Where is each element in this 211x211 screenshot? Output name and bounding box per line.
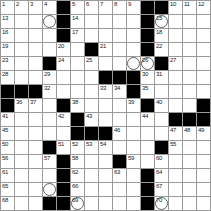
cell-r4c15[interactable] [197,43,211,57]
cell-r7c8[interactable]: 33 [99,85,113,99]
black-cell-r2c11 [141,15,155,29]
clue-number-30: 30 [142,71,148,78]
clue-number-22: 22 [156,43,162,50]
clue-number-57: 57 [44,155,50,162]
clue-number-64: 64 [156,169,162,176]
cell-r5c8[interactable] [99,57,113,71]
cell-r13c2[interactable] [15,169,29,183]
cell-r2c14[interactable] [183,15,197,29]
clue-number-17: 17 [72,29,78,36]
cell-r12c14[interactable] [183,155,197,169]
cell-r6c11[interactable]: 30 [141,71,155,85]
clue-number-38: 38 [72,99,78,106]
cell-r9c2[interactable] [15,113,29,127]
black-cell-r9c6 [71,113,85,127]
cell-r3c15[interactable] [197,29,211,43]
cell-r4c6[interactable] [71,43,85,57]
cell-r3c3[interactable] [29,29,43,43]
clue-number-11: 11 [184,1,190,8]
black-cell-r9c13 [169,113,183,127]
cell-r14c1[interactable]: 65 [1,183,15,197]
cell-r10c2[interactable] [15,127,29,141]
clue-number-33: 33 [100,85,106,92]
cell-r5c9[interactable] [113,57,127,71]
cell-r1c10[interactable]: 9 [127,1,141,15]
cell-r15c12[interactable]: 70 [155,197,169,211]
clue-number-28: 28 [2,71,8,78]
cell-r12c3[interactable] [29,155,43,169]
black-cell-r9c14 [183,113,197,127]
black-cell-r5c4 [43,57,57,71]
clue-number-54: 54 [100,141,106,148]
cell-r7c14[interactable] [183,85,197,99]
cell-r11c13[interactable]: 55 [169,141,183,155]
cell-r3c4[interactable] [43,29,57,43]
black-cell-r1c5 [57,1,71,15]
cell-r10c15[interactable]: 49 [197,127,211,141]
cell-r12c8[interactable] [99,155,113,169]
clue-number-61: 61 [2,169,8,176]
cell-r13c12[interactable]: 64 [155,169,169,183]
clue-number-23: 23 [2,57,8,64]
cell-r12c6[interactable]: 58 [71,155,85,169]
clue-number-6: 6 [86,1,89,8]
clue-number-14: 14 [72,15,78,22]
cell-r11c2[interactable] [15,141,29,155]
black-cell-r1c11 [141,1,155,15]
cell-r3c7[interactable] [85,29,99,43]
cell-r11c14[interactable] [183,141,197,155]
clue-number-13: 13 [2,15,8,22]
cell-r5c2[interactable] [15,57,29,71]
cell-r14c4[interactable] [43,183,57,197]
cell-r8c12[interactable]: 40 [155,99,169,113]
clue-number-4: 4 [44,1,47,8]
clue-number-69: 69 [72,197,78,204]
clue-number-60: 60 [156,155,162,162]
cell-r10c1[interactable]: 45 [1,127,15,141]
clue-number-24: 24 [58,57,64,64]
cell-r5c1[interactable]: 23 [1,57,15,71]
clue-number-40: 40 [156,99,162,106]
black-cell-r6c8 [99,71,113,85]
cell-r3c9[interactable] [113,29,127,43]
cell-r6c13[interactable] [169,71,183,85]
clue-number-31: 31 [156,71,162,78]
black-cell-r15c4 [43,197,57,211]
clue-number-65: 65 [2,183,8,190]
cell-r6c15[interactable] [197,71,211,85]
cell-r4c5[interactable]: 20 [57,43,71,57]
cell-r5c7[interactable]: 25 [85,57,99,71]
cell-r8c2[interactable]: 36 [15,99,29,113]
cell-r7c15[interactable] [197,85,211,99]
cell-r7c5[interactable] [57,85,71,99]
cell-r5c15[interactable] [197,57,211,71]
cell-r7c6[interactable] [71,85,85,99]
black-cell-r9c15 [197,113,211,127]
cell-r5c10[interactable] [127,57,141,71]
clue-number-47: 47 [170,127,176,134]
cell-r4c1[interactable]: 19 [1,43,15,57]
circle-marker-r2c4 [43,15,56,28]
cell-r15c3[interactable] [29,197,43,211]
cell-r11c7[interactable]: 53 [85,141,99,155]
cell-r11c11[interactable] [141,141,155,155]
cell-r11c3[interactable] [29,141,43,155]
clue-number-44: 44 [142,113,148,120]
cell-r5c14[interactable] [183,57,197,71]
cell-r8c14[interactable] [183,99,197,113]
clue-number-52: 52 [72,141,78,148]
cell-r2c6[interactable]: 14 [71,15,85,29]
cell-r11c8[interactable]: 54 [99,141,113,155]
cell-r9c5[interactable]: 42 [57,113,71,127]
cell-r2c13[interactable] [169,15,183,29]
cell-r14c12[interactable]: 67 [155,183,169,197]
cell-r9c12[interactable] [155,113,169,127]
clue-number-34: 34 [114,85,120,92]
cell-r9c3[interactable] [29,113,43,127]
cell-r9c7[interactable]: 43 [85,113,99,127]
black-cell-r12c9 [113,155,127,169]
cell-r14c13[interactable] [169,183,183,197]
clue-number-16: 16 [2,29,8,36]
cell-r6c4[interactable]: 29 [43,71,57,85]
cell-r6c1[interactable]: 28 [1,71,15,85]
cell-r11c1[interactable]: 50 [1,141,15,155]
cell-r11c15[interactable] [197,141,211,155]
black-cell-r7c3 [29,85,43,99]
black-cell-r3c5 [57,29,71,43]
black-cell-r15c5 [57,197,71,211]
cell-r13c6[interactable]: 62 [71,169,85,183]
black-cell-r6c9 [113,71,127,85]
cell-r1c8[interactable]: 7 [99,1,113,15]
cell-r12c11[interactable] [141,155,155,169]
black-cell-r10c7 [85,127,99,141]
cell-r14c3[interactable] [29,183,43,197]
cell-r4c4[interactable] [43,43,57,57]
cell-r4c13[interactable] [169,43,183,57]
clue-number-26: 26 [142,57,148,64]
cell-r3c10[interactable] [127,29,141,43]
black-cell-r14c5 [57,183,71,197]
clue-number-2: 2 [16,1,19,8]
clue-number-63: 63 [114,169,120,176]
cell-r1c9[interactable]: 8 [113,1,127,15]
cell-r8c7[interactable] [85,99,99,113]
cell-r13c3[interactable] [29,169,43,183]
cell-r11c5[interactable]: 51 [57,141,71,155]
cell-r10c12[interactable] [155,127,169,141]
cell-r13c14[interactable] [183,169,197,183]
cell-r1c7[interactable]: 6 [85,1,99,15]
cell-r1c2[interactable]: 2 [15,1,29,15]
cell-r15c9[interactable] [113,197,127,211]
clue-number-50: 50 [2,141,8,148]
cell-r2c7[interactable] [85,15,99,29]
clue-number-3: 3 [30,1,33,8]
black-cell-r14c11 [141,183,155,197]
cell-r2c2[interactable] [15,15,29,29]
cell-r13c7[interactable] [85,169,99,183]
cell-r1c13[interactable]: 10 [169,1,183,15]
clue-number-8: 8 [114,1,117,8]
cell-r6c6[interactable] [71,71,85,85]
cell-r4c10[interactable] [127,43,141,57]
cell-r1c3[interactable]: 3 [29,1,43,15]
black-cell-r7c2 [15,85,29,99]
cell-r10c14[interactable]: 48 [183,127,197,141]
clue-number-56: 56 [2,155,8,162]
clue-number-39: 39 [128,99,134,106]
cell-r6c3[interactable] [29,71,43,85]
circle-marker-r2c12 [155,15,168,28]
clue-number-66: 66 [72,183,78,190]
cell-r13c13[interactable] [169,169,183,183]
cell-r5c3[interactable] [29,57,43,71]
cell-r8c9[interactable] [113,99,127,113]
black-cell-r10c8 [99,127,113,141]
black-cell-r4c7 [85,43,99,57]
cell-r4c3[interactable] [29,43,43,57]
cell-r9c4[interactable] [43,113,57,127]
cell-r8c4[interactable] [43,99,57,113]
cell-r7c9[interactable]: 34 [113,85,127,99]
cell-r6c14[interactable] [183,71,197,85]
clue-number-15: 15 [156,15,162,22]
cell-r7c12[interactable] [155,85,169,99]
cell-r12c2[interactable] [15,155,29,169]
circle-marker-r5c11 [141,57,154,70]
cell-r2c15[interactable] [197,15,211,29]
black-cell-r11c4 [43,141,57,155]
cell-r10c4[interactable] [43,127,57,141]
cell-r3c12[interactable]: 18 [155,29,169,43]
clue-number-55: 55 [170,141,176,148]
cell-r8c6[interactable]: 38 [71,99,85,113]
cell-r13c8[interactable] [99,169,113,183]
cell-r15c1[interactable]: 68 [1,197,15,211]
cell-r3c14[interactable] [183,29,197,43]
black-cell-r13c5 [57,169,71,183]
black-cell-r8c15 [197,99,211,113]
clue-number-29: 29 [44,71,50,78]
clue-number-19: 19 [2,43,8,50]
cell-r4c9[interactable] [113,43,127,57]
black-cell-r2c5 [57,15,71,29]
cell-r14c2[interactable] [15,183,29,197]
black-cell-r13c11 [141,169,155,183]
cell-r10c3[interactable] [29,127,43,141]
cell-r14c7[interactable] [85,183,99,197]
clue-number-59: 59 [128,155,134,162]
cell-r15c6[interactable]: 69 [71,197,85,211]
clue-number-67: 67 [156,183,162,190]
black-cell-r11c12 [155,141,169,155]
clue-number-27: 27 [170,57,176,64]
black-cell-r7c10 [127,85,141,99]
clue-number-32: 32 [44,85,50,92]
clue-number-18: 18 [156,29,162,36]
cell-r5c6[interactable] [71,57,85,71]
cell-r10c10[interactable] [127,127,141,141]
cell-r10c5[interactable] [57,127,71,141]
cell-r13c15[interactable] [197,169,211,183]
clue-number-25: 25 [86,57,92,64]
cell-r2c9[interactable] [113,15,127,29]
cell-r13c10[interactable] [127,169,141,183]
cell-r4c8[interactable]: 21 [99,43,113,57]
cell-r1c4[interactable]: 4 [43,1,57,15]
clue-number-41: 41 [2,113,8,120]
cell-r6c12[interactable]: 31 [155,71,169,85]
cell-r7c7[interactable] [85,85,99,99]
black-cell-r8c1 [1,99,15,113]
cell-r14c10[interactable] [127,183,141,197]
clue-number-1: 1 [2,1,5,8]
cell-r12c15[interactable] [197,155,211,169]
cell-r3c6[interactable]: 17 [71,29,85,43]
cell-r8c3[interactable]: 37 [29,99,43,113]
cell-r10c11[interactable] [141,127,155,141]
clue-number-51: 51 [58,141,64,148]
cell-r8c8[interactable] [99,99,113,113]
cell-r15c8[interactable] [99,197,113,211]
circle-marker-r5c10 [127,57,140,70]
cell-r14c15[interactable] [197,183,211,197]
cell-r12c4[interactable]: 57 [43,155,57,169]
black-cell-r10c6 [71,127,85,141]
cell-r5c13[interactable]: 27 [169,57,183,71]
clue-number-58: 58 [72,155,78,162]
cell-r3c1[interactable]: 16 [1,29,15,43]
cell-r15c13[interactable] [169,197,183,211]
cell-r15c14[interactable] [183,197,197,211]
black-cell-r1c12 [155,1,169,15]
cell-r9c9[interactable] [113,113,127,127]
clue-number-20: 20 [58,43,64,50]
cell-r4c14[interactable] [183,43,197,57]
cell-r9c11[interactable]: 44 [141,113,155,127]
cell-r15c7[interactable] [85,197,99,211]
cell-r14c8[interactable] [99,183,113,197]
cell-r10c13[interactable]: 47 [169,127,183,141]
cell-r12c1[interactable]: 56 [1,155,15,169]
black-cell-r12c5 [57,155,71,169]
cell-r1c14[interactable]: 11 [183,1,197,15]
black-cell-r8c11 [141,99,155,113]
cell-r7c4[interactable]: 32 [43,85,57,99]
cell-r10c9[interactable]: 46 [113,127,127,141]
cell-r8c13[interactable] [169,99,183,113]
clue-number-62: 62 [72,169,78,176]
cell-r4c12[interactable]: 22 [155,43,169,57]
cell-r14c6[interactable]: 66 [71,183,85,197]
cell-r7c13[interactable] [169,85,183,99]
cell-r5c5[interactable]: 24 [57,57,71,71]
cell-r3c8[interactable] [99,29,113,43]
black-cell-r6c10 [127,71,141,85]
cell-r1c15[interactable]: 12 [197,1,211,15]
cell-r15c2[interactable] [15,197,29,211]
cell-r8c10[interactable]: 39 [127,99,141,113]
cell-r9c1[interactable]: 41 [1,113,15,127]
cell-r3c13[interactable] [169,29,183,43]
cell-r7c11[interactable]: 35 [141,85,155,99]
cell-r2c10[interactable] [127,15,141,29]
black-cell-r5c12 [155,57,169,71]
cell-r12c10[interactable]: 59 [127,155,141,169]
cell-r13c1[interactable]: 61 [1,169,15,183]
cell-r14c9[interactable] [113,183,127,197]
clue-number-10: 10 [170,1,176,8]
cell-r4c2[interactable] [15,43,29,57]
circle-marker-r14c4 [43,183,56,196]
black-cell-r15c11 [141,197,155,211]
cell-r3c2[interactable] [15,29,29,43]
black-cell-r4c11 [141,43,155,57]
clue-number-68: 68 [2,197,8,204]
cell-r9c8[interactable] [99,113,113,127]
cell-r2c12[interactable]: 15 [155,15,169,29]
cell-r15c15[interactable] [197,197,211,211]
crossword-grid: 1234567891011121314151617181920212223242… [0,0,211,211]
clue-number-49: 49 [198,127,204,134]
cell-r13c4[interactable] [43,169,57,183]
cell-r1c6[interactable]: 5 [71,1,85,15]
cell-r1c1[interactable]: 1 [1,1,15,15]
cell-r13c9[interactable]: 63 [113,169,127,183]
clue-number-12: 12 [198,1,204,8]
cell-r14c14[interactable] [183,183,197,197]
cell-r6c7[interactable] [85,71,99,85]
cell-r12c12[interactable]: 60 [155,155,169,169]
cell-r9c10[interactable] [127,113,141,127]
clue-number-5: 5 [72,1,75,8]
cell-r12c13[interactable] [169,155,183,169]
clue-number-7: 7 [100,1,103,8]
circle-marker-r15c6 [71,197,84,210]
clue-number-46: 46 [114,127,120,134]
cell-r11c10[interactable] [127,141,141,155]
cell-r6c5[interactable] [57,71,71,85]
cell-r2c4[interactable] [43,15,57,29]
black-cell-r7c1 [1,85,15,99]
clue-number-53: 53 [86,141,92,148]
clue-number-36: 36 [16,99,22,106]
cell-r2c3[interactable] [29,15,43,29]
clue-number-70: 70 [156,197,162,204]
clue-number-21: 21 [100,43,106,50]
clue-number-35: 35 [142,85,148,92]
cell-r2c8[interactable] [99,15,113,29]
cell-r2c1[interactable]: 13 [1,15,15,29]
black-cell-r8c5 [57,99,71,113]
cell-r11c9[interactable] [113,141,127,155]
cell-r11c6[interactable]: 52 [71,141,85,155]
cell-r5c11[interactable]: 26 [141,57,155,71]
clue-number-9: 9 [128,1,131,8]
clue-number-42: 42 [58,113,64,120]
circle-marker-r15c12 [155,197,168,210]
cell-r15c10[interactable] [127,197,141,211]
cell-r12c7[interactable] [85,155,99,169]
clue-number-43: 43 [86,113,92,120]
cell-r6c2[interactable] [15,71,29,85]
clue-number-45: 45 [2,127,8,134]
